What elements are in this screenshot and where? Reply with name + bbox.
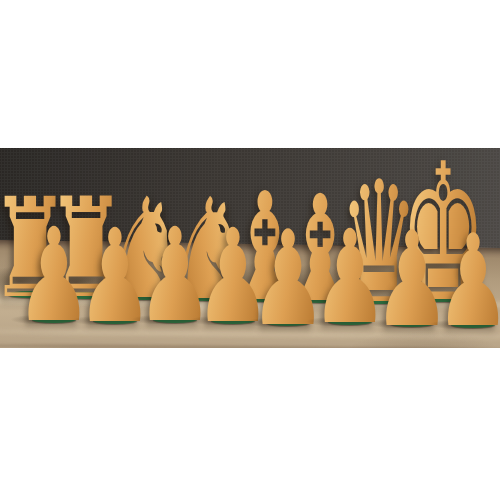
- page-canvas: Boxwood Staunton chess pieces of the whi…: [0, 0, 500, 500]
- photo-alt-text: Boxwood Staunton chess pieces of the whi…: [0, 0, 1, 1]
- chess-set-photo: ♜♜♞♞♝♝♛♚♟♟♟♟♟♟♟♟: [0, 148, 500, 348]
- pawn-glyph: ♟: [435, 218, 500, 345]
- pieces-layer: ♜♜♞♞♝♝♛♚♟♟♟♟♟♟♟♟: [0, 148, 500, 348]
